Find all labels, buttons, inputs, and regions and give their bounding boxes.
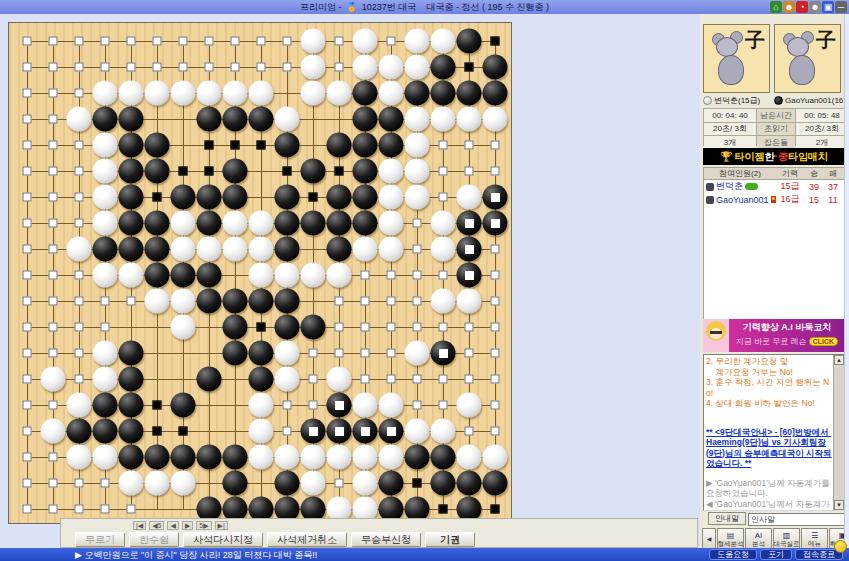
stone-white	[483, 107, 508, 132]
stone-black	[93, 237, 118, 262]
territory-marker-white	[23, 167, 32, 176]
minimize-icon[interactable]: ─	[835, 1, 847, 13]
stone-black	[67, 419, 92, 444]
territory-marker-black	[439, 505, 448, 514]
stone-black	[353, 185, 378, 210]
game-control-panel: |◀◀5◀▶5▶▶| 무르기한수쉼사석다시지정사석제거취소무승부신청기권	[60, 518, 698, 548]
stone-black	[483, 81, 508, 106]
stone-black	[431, 471, 456, 496]
white-territory-marker	[335, 427, 344, 436]
territory-marker-white	[335, 37, 344, 46]
territory-marker-white	[75, 37, 84, 46]
stone-black	[275, 237, 300, 262]
stone-white	[405, 185, 430, 210]
territory-marker-black	[179, 427, 188, 436]
stone-black	[93, 393, 118, 418]
territory-marker-white	[127, 297, 136, 306]
chat-line	[706, 469, 832, 478]
stone-black	[275, 289, 300, 314]
territory-marker-white	[49, 63, 58, 72]
stone-white	[431, 289, 456, 314]
move-nav-button[interactable]: ▶	[182, 521, 193, 530]
stone-white	[249, 211, 274, 236]
grid-line	[27, 483, 496, 484]
premium-medal-icon: 🏅	[346, 2, 357, 12]
dead-black-stone	[431, 341, 456, 366]
stone-white	[457, 185, 482, 210]
stone-black	[353, 159, 378, 184]
stone-white	[379, 237, 404, 262]
stone-black	[353, 107, 378, 132]
toolbar-analysis-button[interactable]: ▤형세분석	[717, 528, 744, 550]
chat-scrollbar[interactable]: ▲ ▼	[833, 355, 844, 510]
stone-black	[457, 471, 482, 496]
stone-white	[353, 471, 378, 496]
territory-marker-white	[309, 375, 318, 384]
stone-white	[379, 81, 404, 106]
territory-marker-white	[413, 401, 422, 410]
stone-white	[353, 237, 378, 262]
territory-marker-white	[205, 37, 214, 46]
stone-white	[275, 341, 300, 366]
stone-white	[93, 159, 118, 184]
room-icon: ▥	[783, 532, 791, 540]
level-badge-icon	[745, 183, 758, 190]
game-button-기권[interactable]: 기권	[425, 532, 475, 547]
territory-marker-white	[361, 375, 370, 384]
sidebar-scroll-strip[interactable]	[844, 14, 849, 561]
holder-icon	[706, 183, 714, 191]
stone-black	[171, 393, 196, 418]
flag-character: 子	[745, 27, 765, 54]
territory-marker-white	[465, 375, 474, 384]
territory-marker-white	[465, 349, 474, 358]
territory-marker-black	[283, 167, 292, 176]
territory-marker-white	[23, 349, 32, 358]
stone-white	[223, 237, 248, 262]
stone-black	[145, 133, 170, 158]
territory-marker-white	[309, 349, 318, 358]
scroll-down-icon[interactable]: ▼	[834, 500, 844, 510]
territory-marker-white	[439, 271, 448, 280]
stone-black	[327, 211, 352, 236]
holder-icon	[706, 196, 714, 204]
chat-line: 2. 무리한 계가요청 및	[706, 356, 832, 367]
pencil-mascot-icon	[834, 540, 847, 553]
toolbar-collapse-button[interactable]: ◀	[702, 528, 716, 550]
stone-black	[93, 107, 118, 132]
white-territory-marker	[335, 401, 344, 410]
territory-marker-white	[491, 323, 500, 332]
white-territory-marker	[465, 245, 474, 254]
stone-black	[119, 211, 144, 236]
toolbar-menu-button[interactable]: ☰메뉴	[801, 528, 828, 550]
stone-white	[249, 445, 274, 470]
stone-white	[119, 81, 144, 106]
territory-marker-white	[439, 167, 448, 176]
stone-white	[301, 263, 326, 288]
white-player-name: 변덕춘(15급)	[703, 95, 774, 106]
chat-line: ** <9단대국안내> - [60]번방에서 Haeming(9단)님 vs 기…	[706, 427, 832, 469]
territory-marker-white	[231, 63, 240, 72]
participant-name: 변덕춘	[716, 180, 743, 193]
user-icon[interactable]: ☻	[809, 1, 821, 13]
dead-black-stone	[483, 185, 508, 210]
clock-panel: 00: 04: 40 남은시간 00: 05: 48 20초/ 3회 초읽기 2…	[703, 108, 845, 146]
territory-marker-white	[205, 63, 214, 72]
territory-marker-white	[179, 63, 188, 72]
stone-black	[119, 237, 144, 262]
territory-marker-white	[23, 297, 32, 306]
stone-white	[93, 341, 118, 366]
stone-black	[249, 341, 274, 366]
home-icon[interactable]: ⌂	[770, 1, 782, 13]
stone-black	[93, 419, 118, 444]
stone-black	[379, 133, 404, 158]
stone-black	[327, 237, 352, 262]
game-button-무르기[interactable]: 무르기	[75, 532, 125, 547]
white-territory-marker	[491, 219, 500, 228]
stone-black	[197, 367, 222, 392]
clock-icon[interactable]: ◔	[796, 1, 808, 13]
territory-marker-white	[49, 297, 58, 306]
stone-black	[223, 107, 248, 132]
stone-white	[301, 29, 326, 54]
territory-marker-white	[465, 427, 474, 436]
ad-banner[interactable]: 기력향상 A.I 바둑코치 지금 바로 무료 레슨 CLICK	[703, 319, 845, 352]
stone-white	[353, 445, 378, 470]
stone-black	[119, 133, 144, 158]
screen-icon[interactable]: ▣	[822, 1, 834, 13]
stone-white	[145, 471, 170, 496]
territory-marker-white	[335, 323, 344, 332]
go-board[interactable]	[8, 22, 512, 524]
move-nav-button[interactable]: 5▶	[196, 521, 211, 530]
participant-name: GaoYuan001	[716, 195, 769, 205]
match-banner: 🏆 타이젬 한 ·중 타임매치	[703, 148, 845, 165]
territory-marker-white	[335, 297, 344, 306]
stone-black	[119, 393, 144, 418]
territory-marker-black	[491, 37, 500, 46]
territory-marker-white	[23, 401, 32, 410]
sidebar: 子 子 변덕춘(15급) GaoYuan001(16급) 00: 04: 40 …	[700, 14, 849, 561]
move-nav-button[interactable]: ▶|	[215, 521, 228, 530]
stone-black	[197, 185, 222, 210]
stone-white	[405, 419, 430, 444]
dead-black-stone	[301, 419, 326, 444]
territory-marker-white	[101, 297, 110, 306]
territory-marker-white	[75, 479, 84, 488]
territory-marker-white	[75, 63, 84, 72]
territory-marker-black	[309, 193, 318, 202]
game-button-무승부신청[interactable]: 무승부신청	[351, 532, 421, 547]
stone-white	[93, 185, 118, 210]
stone-white	[93, 367, 118, 392]
game-button-한수쉼[interactable]: 한수쉼	[129, 532, 179, 547]
stone-white	[301, 55, 326, 80]
stone-white	[171, 237, 196, 262]
dead-black-stone	[457, 263, 482, 288]
stone-white	[457, 289, 482, 314]
china-flag-icon	[771, 196, 776, 203]
stone-black	[457, 81, 482, 106]
ad-ticker[interactable]: ▶ 오백만원으로 "이 증시" 당장 사라! 28일 터졌다 대박 종목!!	[75, 549, 317, 561]
stone-black	[197, 289, 222, 314]
stone-white	[301, 81, 326, 106]
territory-marker-white	[231, 37, 240, 46]
stone-white	[223, 81, 248, 106]
stone-black	[353, 133, 378, 158]
stone-white	[41, 419, 66, 444]
white-territory-marker	[361, 427, 370, 436]
stone-black	[119, 367, 144, 392]
stone-white	[405, 341, 430, 366]
game-button-사석다시지정[interactable]: 사석다시지정	[183, 532, 263, 547]
stone-white	[223, 211, 248, 236]
territory-marker-white	[101, 479, 110, 488]
game-button-사석제거취소[interactable]: 사석제거취소	[267, 532, 347, 547]
white-territory-marker	[309, 427, 318, 436]
stone-white	[379, 211, 404, 236]
stone-white	[249, 81, 274, 106]
territory-marker-white	[127, 37, 136, 46]
territory-marker-white	[491, 271, 500, 280]
territory-marker-white	[75, 271, 84, 280]
stone-white	[379, 55, 404, 80]
participant-row[interactable]: GaoYuan00116급1511	[704, 193, 844, 206]
chat-box[interactable]: 2. 무리한 계가요청 및 계가요청 거부는 No!3. 훈수 착점, 시간 지…	[703, 354, 845, 511]
byoyomi-label: 초읽기	[757, 123, 795, 136]
dead-black-stone	[457, 211, 482, 236]
ad-subtitle: 지금 바로 무료 레슨 CLICK	[731, 336, 843, 347]
territory-marker-white	[335, 479, 344, 488]
stone-black	[145, 211, 170, 236]
bottom-button-도움요청[interactable]: 도움요청	[709, 549, 757, 560]
territory-marker-white	[49, 245, 58, 254]
stone-white	[327, 367, 352, 392]
stone-white	[171, 81, 196, 106]
territory-marker-black	[491, 505, 500, 514]
territory-marker-white	[23, 245, 32, 254]
stone-black	[223, 289, 248, 314]
stone-white	[353, 393, 378, 418]
stone-white	[249, 237, 274, 262]
stone-white	[67, 237, 92, 262]
territory-marker-white	[413, 245, 422, 254]
stone-black	[145, 159, 170, 184]
territory-marker-white	[491, 141, 500, 150]
stone-black	[431, 445, 456, 470]
dead-black-stone	[379, 419, 404, 444]
territory-marker-black	[257, 323, 266, 332]
white-territory-marker	[465, 219, 474, 228]
white-territory-marker	[465, 271, 474, 280]
stone-black	[275, 211, 300, 236]
stone-black	[223, 315, 248, 340]
territory-marker-white	[23, 193, 32, 202]
territory-marker-white	[491, 427, 500, 436]
territory-marker-white	[153, 63, 162, 72]
territory-marker-white	[283, 63, 292, 72]
move-nav-button[interactable]: ◀	[167, 521, 178, 530]
territory-marker-white	[179, 37, 188, 46]
territory-marker-white	[23, 141, 32, 150]
toolbar-ai-button[interactable]: AI분석	[745, 528, 772, 550]
greeting-input[interactable]	[748, 513, 845, 526]
territory-marker-white	[49, 167, 58, 176]
territory-marker-white	[257, 63, 266, 72]
territory-marker-white	[465, 323, 474, 332]
territory-marker-black	[231, 141, 240, 150]
stone-white	[171, 289, 196, 314]
stone-black	[119, 341, 144, 366]
territory-marker-white	[465, 141, 474, 150]
stone-black	[119, 185, 144, 210]
stone-white	[41, 367, 66, 392]
territory-marker-white	[257, 37, 266, 46]
toolbar-room-button[interactable]: ▥대국실로	[773, 528, 800, 550]
stone-white	[327, 445, 352, 470]
territory-marker-black	[413, 479, 422, 488]
territory-marker-black	[153, 401, 162, 410]
stone-black	[119, 107, 144, 132]
stone-white	[431, 237, 456, 262]
stone-white	[67, 393, 92, 418]
territory-marker-white	[23, 505, 32, 514]
stone-white	[197, 237, 222, 262]
stone-black	[197, 107, 222, 132]
chat-line	[706, 418, 832, 427]
territory-marker-white	[439, 323, 448, 332]
stone-white	[301, 471, 326, 496]
stone-black	[119, 445, 144, 470]
dead-black-stone	[353, 419, 378, 444]
stone-black	[379, 471, 404, 496]
territory-marker-white	[439, 193, 448, 202]
stone-black	[353, 211, 378, 236]
territory-marker-white	[75, 375, 84, 384]
stone-black	[275, 133, 300, 158]
territory-marker-white	[491, 349, 500, 358]
move-nav-button[interactable]: |◀	[133, 521, 146, 530]
territory-marker-white	[387, 37, 396, 46]
stone-white	[171, 211, 196, 236]
analysis-icon: ▤	[727, 532, 735, 540]
ad-title: 기력향상 A.I 바둑코치	[731, 321, 843, 334]
territory-marker-black	[257, 141, 266, 150]
chat-line: 4. 상대 회원 비하 발언은 No!	[706, 398, 832, 409]
territory-marker-white	[439, 141, 448, 150]
territory-marker-white	[23, 375, 32, 384]
tab-announcement[interactable]: 안내말	[708, 512, 746, 525]
territory-marker-white	[23, 63, 32, 72]
territory-marker-white	[335, 349, 344, 358]
territory-marker-white	[465, 167, 474, 176]
territory-marker-white	[361, 323, 370, 332]
stone-black	[119, 159, 144, 184]
bottom-bar: ▶ 오백만원으로 "이 증시" 당장 사라! 28일 터졌다 대박 종목!! 도…	[0, 548, 849, 561]
territory-marker-white	[361, 349, 370, 358]
stone-white	[145, 81, 170, 106]
territory-marker-white	[283, 401, 292, 410]
territory-marker-white	[49, 271, 58, 280]
territory-marker-white	[23, 323, 32, 332]
stone-white	[483, 445, 508, 470]
move-nav-button[interactable]: ◀5	[149, 521, 164, 530]
dead-black-stone	[483, 211, 508, 236]
participants-list[interactable]: 변덕춘15급3937GaoYuan00116급1511	[703, 180, 845, 331]
territory-marker-white	[49, 479, 58, 488]
chat-line: 계가요청 거부는 No!	[706, 367, 832, 378]
stone-white	[275, 107, 300, 132]
stone-white	[171, 471, 196, 496]
territory-marker-white	[23, 427, 32, 436]
stone-white	[353, 29, 378, 54]
stone-black	[223, 185, 248, 210]
territory-marker-black	[179, 167, 188, 176]
territory-marker-white	[23, 89, 32, 98]
territory-marker-white	[23, 271, 32, 280]
stone-white	[405, 55, 430, 80]
trophy-icon: 🏆	[720, 151, 732, 162]
stone-white	[197, 81, 222, 106]
territory-marker-white	[153, 37, 162, 46]
stone-white	[405, 133, 430, 158]
dead-black-stone	[327, 393, 352, 418]
stone-white	[171, 315, 196, 340]
stone-white	[379, 393, 404, 418]
stone-white	[93, 211, 118, 236]
territory-marker-white	[23, 115, 32, 124]
territory-marker-white	[413, 297, 422, 306]
territory-marker-white	[491, 245, 500, 254]
black-player-name: GaoYuan001(16급)	[774, 95, 845, 106]
stone-white	[431, 211, 456, 236]
stone-black	[223, 471, 248, 496]
territory-marker-black	[465, 63, 474, 72]
stone-black	[353, 81, 378, 106]
collapse-icon: ◀	[707, 535, 712, 543]
stone-white	[405, 107, 430, 132]
territory-marker-white	[23, 37, 32, 46]
stone-black	[145, 445, 170, 470]
stone-white	[327, 263, 352, 288]
menu-icon: ☰	[811, 532, 818, 540]
participant-row[interactable]: 변덕춘15급3937	[704, 180, 844, 193]
territory-marker-white	[387, 297, 396, 306]
territory-marker-white	[75, 323, 84, 332]
territory-marker-white	[49, 505, 58, 514]
chat-line	[706, 409, 832, 418]
scroll-up-icon[interactable]: ▲	[834, 355, 844, 365]
bottom-button-포기[interactable]: 포기	[760, 549, 792, 560]
territory-marker-white	[491, 167, 500, 176]
stone-white	[67, 107, 92, 132]
territory-marker-white	[75, 167, 84, 176]
stone-white	[275, 367, 300, 392]
territory-marker-white	[75, 141, 84, 150]
stone-black	[327, 133, 352, 158]
stone-white	[249, 393, 274, 418]
stone-black	[405, 81, 430, 106]
ad-click-button[interactable]: CLICK	[809, 337, 838, 346]
stone-white	[379, 445, 404, 470]
territory-marker-white	[127, 505, 136, 514]
buddy-icon[interactable]: ☻	[783, 1, 795, 13]
stone-black	[171, 445, 196, 470]
stone-black	[197, 445, 222, 470]
stone-black	[431, 55, 456, 80]
